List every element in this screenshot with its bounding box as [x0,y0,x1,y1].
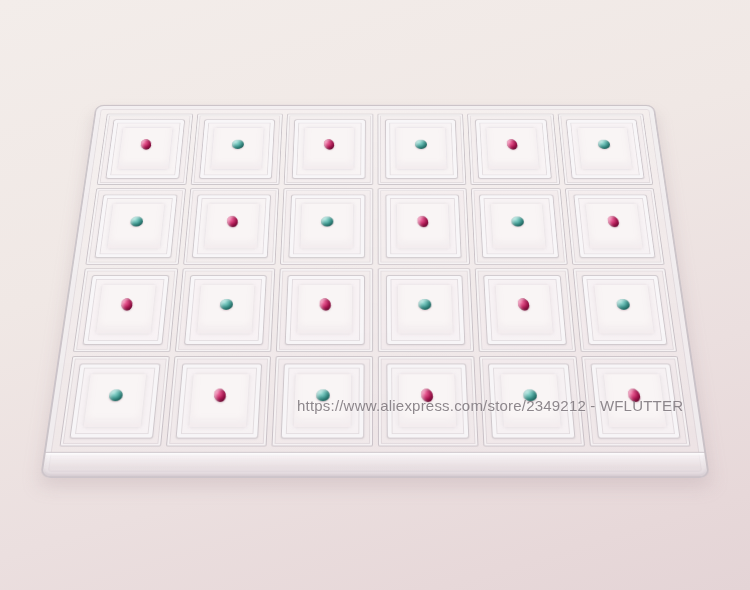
gem-pad [396,128,446,169]
ruby-gem [323,138,336,150]
gem-box [581,275,667,344]
gem-pad [586,203,643,248]
compartment-r2c1 [85,188,185,265]
compartment-r3c1 [73,268,178,351]
watermark: https://www.aliexpress.com/store/2349212… [297,397,683,414]
gem-pad [197,285,254,334]
teal-gem [130,216,144,226]
gem-box [199,119,275,178]
teal-gem [231,140,244,149]
compartment-r1c6 [557,114,653,185]
gem-box [479,194,559,258]
gem-pad [594,285,653,334]
compartment-r4c2 [165,356,271,447]
compartment-r1c3 [284,114,373,185]
gem-pad [398,285,453,334]
compartment-r4c1 [59,356,169,447]
gem-box [191,194,271,258]
gem-pad [211,128,263,169]
compartment-r3c6 [572,268,677,351]
ruby-gem [416,215,430,228]
teal-gem [616,299,630,310]
gem-display-tray [40,105,710,478]
teal-gem [418,299,431,310]
ruby-gem [140,138,152,150]
ruby-gem [213,387,227,403]
tray-side-wall [42,452,707,476]
gem-box [565,119,644,178]
gem-box [105,119,184,178]
compartment-r1c2 [190,114,283,185]
gem-box [184,275,267,344]
gem-box [82,275,168,344]
teal-gem [219,299,233,310]
gem-pad [84,374,146,427]
gem-pad [189,374,249,427]
compartment-r3c2 [174,268,275,351]
ruby-gem [318,297,332,311]
teal-gem [109,389,124,401]
gem-pad [577,128,631,169]
gem-pad [301,203,353,248]
compartment-r2c4 [377,188,470,265]
compartment-r3c5 [475,268,576,351]
ruby-gem [226,215,239,228]
compartment-r2c6 [564,188,664,265]
gem-pad [96,285,155,334]
ruby-gem [120,297,133,311]
compartment-r3c3 [276,268,373,351]
compartment-r1c1 [97,114,193,185]
gem-pad [487,128,539,169]
compartment-r2c3 [280,188,373,265]
ruby-gem [505,138,519,150]
compartment-r1c5 [467,114,560,185]
photo-scene: https://www.aliexpress.com/store/2349212… [0,0,750,590]
compartment-r1c4 [377,114,466,185]
teal-gem [597,140,610,149]
gem-box [285,275,365,344]
gem-box [94,194,177,258]
compartment-r2c2 [183,188,280,265]
ruby-gem [606,215,621,228]
gem-pad [496,285,553,334]
teal-gem [511,216,524,226]
gem-box [385,194,462,258]
gem-pad [108,203,165,248]
teal-gem [415,140,427,149]
gem-box [475,119,551,178]
gem-pad [304,128,354,169]
gem-box [288,194,365,258]
compartment-r3c4 [377,268,474,351]
gem-box [385,119,459,178]
gem-box [175,363,262,438]
gem-box [483,275,566,344]
gem-box [69,363,160,438]
ruby-gem [516,297,531,311]
compartment-r2c5 [471,188,568,265]
gem-box [292,119,366,178]
gem-box [573,194,656,258]
gem-pad [118,128,172,169]
gem-pad [397,203,449,248]
gem-pad [491,203,545,248]
teal-gem [321,216,334,226]
gem-pad [298,285,353,334]
gem-box [385,275,465,344]
gem-pad [204,203,258,248]
